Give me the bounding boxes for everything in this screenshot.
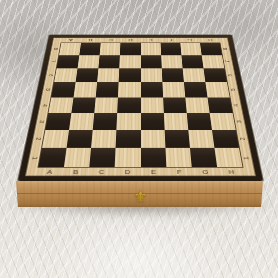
square-h1[interactable] xyxy=(214,148,242,167)
file-label-bottom-c: C xyxy=(88,168,115,177)
square-g6[interactable] xyxy=(182,69,205,83)
square-h6[interactable] xyxy=(203,69,227,83)
square-d7[interactable] xyxy=(120,55,141,68)
square-e3[interactable] xyxy=(141,113,165,130)
chess-board: ABCDEFGH ABCDEFGH 87654321 87654321 xyxy=(18,35,263,181)
square-a2[interactable] xyxy=(42,130,69,148)
square-d2[interactable] xyxy=(116,130,141,148)
square-e6[interactable] xyxy=(141,69,163,83)
square-b1[interactable] xyxy=(64,148,91,167)
square-g1[interactable] xyxy=(190,148,217,167)
square-b2[interactable] xyxy=(67,130,93,148)
square-d5[interactable] xyxy=(118,82,140,97)
square-c1[interactable] xyxy=(90,148,116,167)
square-g3[interactable] xyxy=(187,113,212,130)
square-c5[interactable] xyxy=(96,82,119,97)
square-h4[interactable] xyxy=(207,97,232,113)
file-label-bottom-f: F xyxy=(166,168,193,177)
square-a3[interactable] xyxy=(45,113,71,130)
square-d6[interactable] xyxy=(119,69,141,83)
file-label-bottom-e: E xyxy=(141,168,167,177)
latch-glyph: ⚜ xyxy=(133,187,147,206)
square-e2[interactable] xyxy=(141,130,166,148)
square-h5[interactable] xyxy=(205,82,229,97)
box-front-side: ⚜ xyxy=(16,181,263,207)
square-f1[interactable] xyxy=(165,148,191,167)
square-a6[interactable] xyxy=(54,69,78,83)
square-f5[interactable] xyxy=(162,82,185,97)
square-a8[interactable] xyxy=(59,43,81,55)
square-f2[interactable] xyxy=(164,130,189,148)
square-h7[interactable] xyxy=(202,55,225,68)
square-a1[interactable] xyxy=(39,148,67,167)
square-f8[interactable] xyxy=(160,43,181,55)
board-border: ABCDEFGH ABCDEFGH 87654321 87654321 xyxy=(25,38,256,177)
square-f4[interactable] xyxy=(163,97,187,113)
square-c7[interactable] xyxy=(99,55,121,68)
square-e4[interactable] xyxy=(141,97,164,113)
square-c3[interactable] xyxy=(93,113,118,130)
square-b8[interactable] xyxy=(79,43,101,55)
chess-board-3d: ABCDEFGH ABCDEFGH 87654321 87654321 xyxy=(18,35,263,181)
square-a4[interactable] xyxy=(48,97,73,113)
square-c4[interactable] xyxy=(94,97,118,113)
square-e7[interactable] xyxy=(141,55,162,68)
square-h2[interactable] xyxy=(212,130,239,148)
square-d8[interactable] xyxy=(120,43,140,55)
square-b5[interactable] xyxy=(74,82,98,97)
file-label-bottom-a: A xyxy=(36,168,63,177)
square-c2[interactable] xyxy=(91,130,116,148)
coords-bottom: ABCDEFGH xyxy=(36,168,245,177)
square-d1[interactable] xyxy=(115,148,140,167)
square-h8[interactable] xyxy=(200,43,222,55)
square-g5[interactable] xyxy=(184,82,208,97)
square-d3[interactable] xyxy=(117,113,141,130)
file-label-bottom-h: H xyxy=(218,168,245,177)
file-label-bottom-g: G xyxy=(192,168,219,177)
square-d4[interactable] xyxy=(117,97,140,113)
square-f3[interactable] xyxy=(164,113,189,130)
square-e5[interactable] xyxy=(141,82,163,97)
square-b3[interactable] xyxy=(69,113,94,130)
square-e8[interactable] xyxy=(141,43,161,55)
square-f7[interactable] xyxy=(161,55,183,68)
square-b4[interactable] xyxy=(71,97,95,113)
file-label-bottom-b: B xyxy=(62,168,89,177)
square-e1[interactable] xyxy=(141,148,166,167)
square-g8[interactable] xyxy=(180,43,202,55)
square-a5[interactable] xyxy=(51,82,75,97)
square-a7[interactable] xyxy=(57,55,80,68)
photo-scene: ABCDEFGH ABCDEFGH 87654321 87654321 ⚜ xyxy=(0,0,278,278)
square-h3[interactable] xyxy=(210,113,236,130)
square-g4[interactable] xyxy=(185,97,209,113)
square-c6[interactable] xyxy=(97,69,119,83)
square-g2[interactable] xyxy=(188,130,214,148)
square-f6[interactable] xyxy=(161,69,183,83)
square-b7[interactable] xyxy=(78,55,100,68)
square-c8[interactable] xyxy=(100,43,121,55)
square-g7[interactable] xyxy=(181,55,203,68)
brass-latch-icon[interactable]: ⚜ xyxy=(133,187,148,205)
board-grid xyxy=(37,43,243,168)
square-b6[interactable] xyxy=(76,69,99,83)
file-label-bottom-d: D xyxy=(114,168,140,177)
